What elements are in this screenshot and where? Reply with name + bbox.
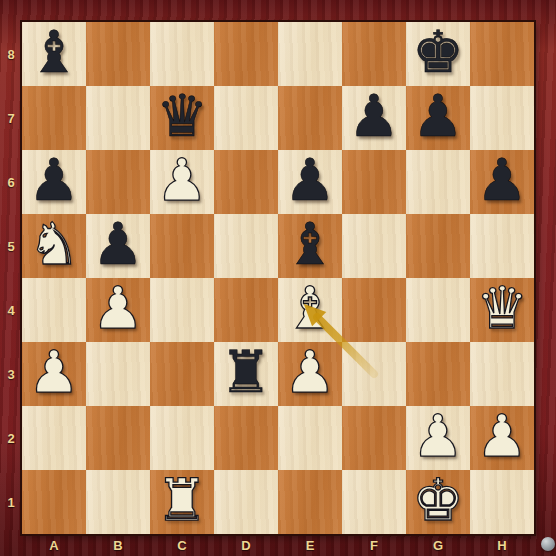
square-g8[interactable]: ♚ xyxy=(406,22,470,86)
square-c6[interactable]: ♟ xyxy=(150,150,214,214)
square-b1[interactable] xyxy=(86,470,150,534)
square-d6[interactable] xyxy=(214,150,278,214)
square-e6[interactable]: ♟ xyxy=(278,150,342,214)
square-f8[interactable] xyxy=(342,22,406,86)
square-g1[interactable]: ♚ xyxy=(406,470,470,534)
square-h6[interactable]: ♟ xyxy=(470,150,534,214)
square-e2[interactable] xyxy=(278,406,342,470)
rank-label-2: 2 xyxy=(0,406,22,470)
square-h3[interactable] xyxy=(470,342,534,406)
square-b6[interactable] xyxy=(86,150,150,214)
piece-white-pawn-g2[interactable]: ♟ xyxy=(412,404,464,468)
piece-black-pawn-a6[interactable]: ♟ xyxy=(28,148,80,212)
rank-label-7: 7 xyxy=(0,86,22,150)
square-c7[interactable]: ♛ xyxy=(150,86,214,150)
rank-label-3: 3 xyxy=(0,342,22,406)
square-g4[interactable] xyxy=(406,278,470,342)
square-e5[interactable]: ♝ xyxy=(278,214,342,278)
square-a7[interactable] xyxy=(22,86,86,150)
square-d4[interactable] xyxy=(214,278,278,342)
file-label-D: D xyxy=(214,534,278,556)
piece-black-pawn-h6[interactable]: ♟ xyxy=(476,148,528,212)
piece-white-knight-a5[interactable]: ♞ xyxy=(28,212,80,276)
piece-white-bishop-e4[interactable]: ♝ xyxy=(284,276,336,340)
square-b3[interactable] xyxy=(86,342,150,406)
rank-label-1: 1 xyxy=(0,470,22,534)
square-c4[interactable] xyxy=(150,278,214,342)
square-f1[interactable] xyxy=(342,470,406,534)
piece-black-pawn-b5[interactable]: ♟ xyxy=(92,212,144,276)
piece-black-rook-d3[interactable]: ♜ xyxy=(220,340,272,404)
board: ♝♚♛♟♟♟♟♟♟♞♟♝♟♝♛♟♜♟♟♟♜♚ xyxy=(22,22,534,534)
file-label-B: B xyxy=(86,534,150,556)
square-c1[interactable]: ♜ xyxy=(150,470,214,534)
piece-white-pawn-c6[interactable]: ♟ xyxy=(156,148,208,212)
rank-label-5: 5 xyxy=(0,214,22,278)
square-a1[interactable] xyxy=(22,470,86,534)
square-e1[interactable] xyxy=(278,470,342,534)
square-b4[interactable]: ♟ xyxy=(86,278,150,342)
square-g3[interactable] xyxy=(406,342,470,406)
square-g7[interactable]: ♟ xyxy=(406,86,470,150)
square-g2[interactable]: ♟ xyxy=(406,406,470,470)
file-label-G: G xyxy=(406,534,470,556)
file-label-H: H xyxy=(470,534,534,556)
square-d8[interactable] xyxy=(214,22,278,86)
square-g5[interactable] xyxy=(406,214,470,278)
square-c3[interactable] xyxy=(150,342,214,406)
chess-board-frame: ♝♚♛♟♟♟♟♟♟♞♟♝♟♝♛♟♜♟♟♟♜♚ 87654321 ABCDEFGH xyxy=(0,0,556,556)
square-e4[interactable]: ♝ xyxy=(278,278,342,342)
square-a6[interactable]: ♟ xyxy=(22,150,86,214)
square-e8[interactable] xyxy=(278,22,342,86)
square-d5[interactable] xyxy=(214,214,278,278)
piece-black-pawn-g7[interactable]: ♟ xyxy=(412,84,464,148)
square-b8[interactable] xyxy=(86,22,150,86)
rank-label-4: 4 xyxy=(0,278,22,342)
square-d1[interactable] xyxy=(214,470,278,534)
square-f7[interactable]: ♟ xyxy=(342,86,406,150)
file-label-E: E xyxy=(278,534,342,556)
piece-black-bishop-e5[interactable]: ♝ xyxy=(284,212,336,276)
rank-label-8: 8 xyxy=(0,22,22,86)
square-h2[interactable]: ♟ xyxy=(470,406,534,470)
piece-white-pawn-h2[interactable]: ♟ xyxy=(476,404,528,468)
square-d3[interactable]: ♜ xyxy=(214,342,278,406)
square-b2[interactable] xyxy=(86,406,150,470)
square-c5[interactable] xyxy=(150,214,214,278)
square-h5[interactable] xyxy=(470,214,534,278)
square-a8[interactable]: ♝ xyxy=(22,22,86,86)
piece-white-rook-c1[interactable]: ♜ xyxy=(156,468,208,532)
square-f5[interactable] xyxy=(342,214,406,278)
square-d7[interactable] xyxy=(214,86,278,150)
square-d2[interactable] xyxy=(214,406,278,470)
piece-white-pawn-a3[interactable]: ♟ xyxy=(28,340,80,404)
square-h1[interactable] xyxy=(470,470,534,534)
file-label-C: C xyxy=(150,534,214,556)
square-a5[interactable]: ♞ xyxy=(22,214,86,278)
piece-white-pawn-e3[interactable]: ♟ xyxy=(284,340,336,404)
corner-dot xyxy=(541,537,555,551)
square-f6[interactable] xyxy=(342,150,406,214)
piece-white-pawn-b4[interactable]: ♟ xyxy=(92,276,144,340)
square-f3[interactable] xyxy=(342,342,406,406)
piece-black-pawn-e6[interactable]: ♟ xyxy=(284,148,336,212)
file-label-F: F xyxy=(342,534,406,556)
square-b7[interactable] xyxy=(86,86,150,150)
square-h8[interactable] xyxy=(470,22,534,86)
piece-white-queen-h4[interactable]: ♛ xyxy=(476,276,528,340)
square-g6[interactable] xyxy=(406,150,470,214)
square-a2[interactable] xyxy=(22,406,86,470)
square-c8[interactable] xyxy=(150,22,214,86)
square-f4[interactable] xyxy=(342,278,406,342)
square-a3[interactable]: ♟ xyxy=(22,342,86,406)
square-h7[interactable] xyxy=(470,86,534,150)
square-b5[interactable]: ♟ xyxy=(86,214,150,278)
file-label-A: A xyxy=(22,534,86,556)
square-a4[interactable] xyxy=(22,278,86,342)
piece-black-queen-c7[interactable]: ♛ xyxy=(156,84,208,148)
piece-black-pawn-f7[interactable]: ♟ xyxy=(348,84,400,148)
square-h4[interactable]: ♛ xyxy=(470,278,534,342)
square-c2[interactable] xyxy=(150,406,214,470)
square-e7[interactable] xyxy=(278,86,342,150)
square-f2[interactable] xyxy=(342,406,406,470)
rank-label-6: 6 xyxy=(0,150,22,214)
piece-white-king-g1[interactable]: ♚ xyxy=(412,468,464,532)
square-e3[interactable]: ♟ xyxy=(278,342,342,406)
piece-black-bishop-a8[interactable]: ♝ xyxy=(28,20,80,84)
piece-black-king-g8[interactable]: ♚ xyxy=(412,20,464,84)
